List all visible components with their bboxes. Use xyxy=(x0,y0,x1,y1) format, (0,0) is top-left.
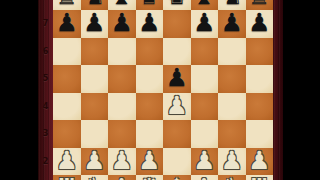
square-d4[interactable] xyxy=(136,93,164,121)
white-king[interactable]: ♚ xyxy=(166,175,188,180)
square-h2[interactable]: ♟ xyxy=(246,148,274,176)
white-pawn[interactable]: ♟ xyxy=(248,148,270,173)
square-b5[interactable] xyxy=(81,65,109,93)
black-bishop[interactable]: ♝ xyxy=(193,0,215,8)
square-h6[interactable] xyxy=(246,38,274,66)
square-b6[interactable] xyxy=(81,38,109,66)
square-e3[interactable] xyxy=(163,120,191,148)
square-b4[interactable] xyxy=(81,93,109,121)
square-a6[interactable] xyxy=(53,38,81,66)
black-pawn[interactable]: ♟ xyxy=(166,65,188,90)
square-g2[interactable]: ♟ xyxy=(218,148,246,176)
rank-label-5: 5 xyxy=(38,65,53,93)
white-pawn[interactable]: ♟ xyxy=(221,148,243,173)
square-a1[interactable]: ♜ xyxy=(53,175,81,180)
rank-label-4: 4 xyxy=(38,93,53,121)
square-h7[interactable]: ♟ xyxy=(246,10,274,38)
white-queen[interactable]: ♛ xyxy=(138,175,160,180)
square-g1[interactable]: ♞ xyxy=(218,175,246,180)
white-knight[interactable]: ♞ xyxy=(221,175,243,180)
black-pawn[interactable]: ♟ xyxy=(111,10,133,35)
black-pawn[interactable]: ♟ xyxy=(193,10,215,35)
white-pawn[interactable]: ♟ xyxy=(166,93,188,118)
square-c6[interactable] xyxy=(108,38,136,66)
black-king[interactable]: ♚ xyxy=(166,0,188,8)
square-f4[interactable] xyxy=(191,93,219,121)
square-b7[interactable]: ♟ xyxy=(81,10,109,38)
square-d1[interactable]: ♛ xyxy=(136,175,164,180)
black-bishop[interactable]: ♝ xyxy=(111,0,133,8)
square-c4[interactable] xyxy=(108,93,136,121)
black-pawn[interactable]: ♟ xyxy=(138,10,160,35)
square-e4[interactable]: ♟ xyxy=(163,93,191,121)
square-g3[interactable] xyxy=(218,120,246,148)
square-f3[interactable] xyxy=(191,120,219,148)
square-d5[interactable] xyxy=(136,65,164,93)
square-g7[interactable]: ♟ xyxy=(218,10,246,38)
white-pawn[interactable]: ♟ xyxy=(193,148,215,173)
square-a5[interactable] xyxy=(53,65,81,93)
square-b2[interactable]: ♟ xyxy=(81,148,109,176)
white-bishop[interactable]: ♝ xyxy=(111,175,133,180)
white-rook[interactable]: ♜ xyxy=(56,175,78,180)
rank-label-7: 7 xyxy=(38,10,53,38)
black-rook[interactable]: ♜ xyxy=(56,0,78,8)
white-pawn[interactable]: ♟ xyxy=(56,148,78,173)
square-c7[interactable]: ♟ xyxy=(108,10,136,38)
black-pawn[interactable]: ♟ xyxy=(56,10,78,35)
square-g4[interactable] xyxy=(218,93,246,121)
square-g5[interactable] xyxy=(218,65,246,93)
square-e1[interactable]: ♚ xyxy=(163,175,191,180)
black-knight[interactable]: ♞ xyxy=(221,0,243,8)
square-c5[interactable] xyxy=(108,65,136,93)
square-a7[interactable]: ♟ xyxy=(53,10,81,38)
square-f1[interactable]: ♝ xyxy=(191,175,219,180)
black-pawn[interactable]: ♟ xyxy=(248,10,270,35)
black-pawn[interactable]: ♟ xyxy=(221,10,243,35)
square-h5[interactable] xyxy=(246,65,274,93)
black-knight[interactable]: ♞ xyxy=(83,0,105,8)
square-e7[interactable] xyxy=(163,10,191,38)
square-e5[interactable]: ♟ xyxy=(163,65,191,93)
board-frame: ♜♞♝♛♚♝♞♜♟♟♟♟♟♟♟♟♟♟♟♟♟♟♟♟♜♞♝♛♚♝♞♜ 765432 xyxy=(38,0,283,180)
chess-board: ♜♞♝♛♚♝♞♜♟♟♟♟♟♟♟♟♟♟♟♟♟♟♟♟♜♞♝♛♚♝♞♜ xyxy=(53,0,273,180)
square-a3[interactable] xyxy=(53,120,81,148)
square-h3[interactable] xyxy=(246,120,274,148)
square-d7[interactable]: ♟ xyxy=(136,10,164,38)
square-d2[interactable]: ♟ xyxy=(136,148,164,176)
white-pawn[interactable]: ♟ xyxy=(138,148,160,173)
white-rook[interactable]: ♜ xyxy=(248,175,270,180)
rank-label-6: 6 xyxy=(38,38,53,66)
black-queen[interactable]: ♛ xyxy=(138,0,160,8)
white-bishop[interactable]: ♝ xyxy=(193,175,215,180)
square-e8[interactable]: ♚ xyxy=(163,0,191,10)
square-f5[interactable] xyxy=(191,65,219,93)
rank-label-3: 3 xyxy=(38,120,53,148)
square-a4[interactable] xyxy=(53,93,81,121)
square-h1[interactable]: ♜ xyxy=(246,175,274,180)
white-pawn[interactable]: ♟ xyxy=(83,148,105,173)
square-d6[interactable] xyxy=(136,38,164,66)
square-c3[interactable] xyxy=(108,120,136,148)
square-a2[interactable]: ♟ xyxy=(53,148,81,176)
square-b3[interactable] xyxy=(81,120,109,148)
square-b1[interactable]: ♞ xyxy=(81,175,109,180)
rank-label-2: 2 xyxy=(38,148,53,176)
square-e2[interactable] xyxy=(163,148,191,176)
square-d3[interactable] xyxy=(136,120,164,148)
square-c2[interactable]: ♟ xyxy=(108,148,136,176)
square-f6[interactable] xyxy=(191,38,219,66)
square-e6[interactable] xyxy=(163,38,191,66)
black-rook[interactable]: ♜ xyxy=(248,0,270,8)
square-g6[interactable] xyxy=(218,38,246,66)
white-pawn[interactable]: ♟ xyxy=(111,148,133,173)
square-c1[interactable]: ♝ xyxy=(108,175,136,180)
square-f2[interactable]: ♟ xyxy=(191,148,219,176)
black-pawn[interactable]: ♟ xyxy=(83,10,105,35)
chess-app-frame: ♜♞♝♛♚♝♞♜♟♟♟♟♟♟♟♟♟♟♟♟♟♟♟♟♜♞♝♛♚♝♞♜ 765432 xyxy=(0,0,320,180)
square-h4[interactable] xyxy=(246,93,274,121)
square-f7[interactable]: ♟ xyxy=(191,10,219,38)
white-knight[interactable]: ♞ xyxy=(83,175,105,180)
